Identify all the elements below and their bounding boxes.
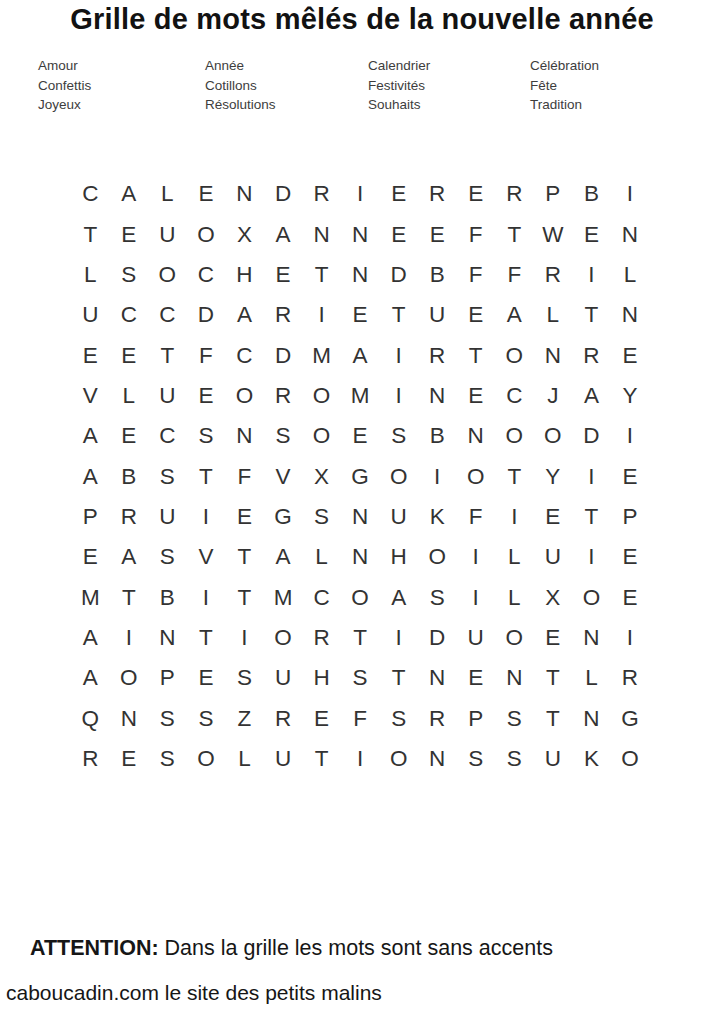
grid-cell[interactable]: I xyxy=(379,376,418,416)
grid-cell[interactable]: B xyxy=(418,416,457,456)
grid-cell[interactable]: C xyxy=(225,335,264,375)
grid-cell[interactable]: U xyxy=(379,497,418,537)
grid-cell[interactable]: O xyxy=(456,456,495,496)
grid-cell[interactable]: N xyxy=(148,618,187,658)
grid-cell[interactable]: E xyxy=(611,456,650,496)
grid-cell[interactable]: K xyxy=(572,739,611,779)
grid-cell[interactable]: M xyxy=(302,335,341,375)
grid-cell[interactable]: M xyxy=(71,577,110,617)
grid-cell[interactable]: P xyxy=(148,658,187,698)
grid-cell[interactable]: R xyxy=(534,255,573,295)
grid-cell[interactable]: N xyxy=(341,497,380,537)
grid-cell[interactable]: O xyxy=(110,658,149,698)
grid-cell[interactable]: E xyxy=(187,174,226,214)
grid-cell[interactable]: F xyxy=(495,255,534,295)
grid-cell[interactable]: U xyxy=(534,739,573,779)
grid-cell[interactable]: E xyxy=(572,214,611,254)
grid-cell[interactable]: H xyxy=(225,255,264,295)
grid-cell[interactable]: E xyxy=(71,335,110,375)
grid-cell[interactable]: F xyxy=(456,497,495,537)
grid-cell[interactable]: I xyxy=(110,618,149,658)
grid-cell[interactable]: I xyxy=(572,537,611,577)
grid-cell[interactable]: E xyxy=(534,497,573,537)
grid-cell[interactable]: B xyxy=(572,174,611,214)
grid-cell[interactable]: O xyxy=(572,577,611,617)
word-confettis: Confettis xyxy=(38,76,205,96)
grid-cell[interactable]: T xyxy=(110,577,149,617)
grid-cell[interactable]: O xyxy=(418,537,457,577)
grid-cell[interactable]: D xyxy=(418,618,457,658)
grid-cell[interactable]: R xyxy=(71,739,110,779)
grid-cell[interactable]: X xyxy=(302,456,341,496)
grid-cell[interactable]: O xyxy=(495,618,534,658)
grid-cell[interactable]: E xyxy=(456,376,495,416)
grid-cell[interactable]: C xyxy=(148,295,187,335)
word-fete: Fête xyxy=(530,76,690,96)
grid-cell[interactable]: A xyxy=(71,416,110,456)
grid-cell[interactable]: S xyxy=(495,739,534,779)
grid-cell[interactable]: B xyxy=(110,456,149,496)
grid-cell[interactable]: D xyxy=(572,416,611,456)
word-joyeux: Joyeux xyxy=(38,95,205,115)
grid-cell[interactable]: C xyxy=(495,376,534,416)
grid-cell[interactable]: M xyxy=(264,577,303,617)
grid-cell[interactable]: C xyxy=(110,295,149,335)
grid-cell[interactable]: Y xyxy=(611,376,650,416)
grid-cell[interactable]: L xyxy=(148,174,187,214)
grid-cell[interactable]: A xyxy=(495,295,534,335)
grid-cell[interactable]: T xyxy=(534,698,573,738)
grid-cell[interactable]: T xyxy=(572,295,611,335)
grid-cell[interactable]: N xyxy=(611,295,650,335)
grid-cell[interactable]: O xyxy=(302,376,341,416)
grid-cell[interactable]: F xyxy=(225,456,264,496)
grid-cell[interactable]: I xyxy=(611,174,650,214)
grid-cell[interactable]: V xyxy=(264,456,303,496)
word-list-column-2: Année Cotillons Résolutions xyxy=(205,56,368,115)
grid-cell[interactable]: A xyxy=(110,174,149,214)
grid-cell[interactable]: U xyxy=(264,739,303,779)
grid-cell[interactable]: R xyxy=(302,174,341,214)
grid-cell[interactable]: A xyxy=(379,577,418,617)
grid-cell[interactable]: R xyxy=(264,698,303,738)
grid-cell[interactable]: A xyxy=(341,335,380,375)
grid-cell[interactable]: O xyxy=(611,739,650,779)
grid-cell[interactable]: E xyxy=(379,214,418,254)
grid-cell[interactable]: T xyxy=(187,618,226,658)
grid-cell[interactable]: O xyxy=(341,577,380,617)
grid-cell[interactable]: V xyxy=(71,376,110,416)
grid-cell[interactable]: O xyxy=(148,255,187,295)
grid-cell[interactable]: R xyxy=(611,658,650,698)
grid-cell[interactable]: N xyxy=(418,376,457,416)
grid-cell[interactable]: J xyxy=(534,376,573,416)
grid-cell[interactable]: N xyxy=(341,537,380,577)
grid-cell[interactable]: E xyxy=(341,416,380,456)
grid-cell[interactable]: O xyxy=(264,618,303,658)
word-souhaits: Souhaits xyxy=(368,95,530,115)
grid-cell[interactable]: E xyxy=(302,698,341,738)
footer-site-line: caboucadin.com le site des petits malins xyxy=(6,981,382,1005)
grid-cell[interactable]: F xyxy=(456,255,495,295)
grid-cell[interactable]: C xyxy=(71,174,110,214)
grid-cell[interactable]: P xyxy=(534,174,573,214)
grid-cell[interactable]: S xyxy=(302,497,341,537)
grid-cell[interactable]: I xyxy=(379,618,418,658)
grid-cell[interactable]: E xyxy=(187,376,226,416)
word-resolutions: Résolutions xyxy=(205,95,368,115)
grid-cell[interactable]: H xyxy=(379,537,418,577)
grid-cell[interactable]: W xyxy=(534,214,573,254)
grid-cell[interactable]: E xyxy=(456,295,495,335)
grid-cell[interactable]: O xyxy=(379,456,418,496)
grid-cell[interactable]: O xyxy=(495,416,534,456)
grid-cell[interactable]: C xyxy=(187,255,226,295)
grid-cell[interactable]: I xyxy=(187,577,226,617)
word-calendrier: Calendrier xyxy=(368,56,530,76)
grid-cell[interactable]: T xyxy=(379,658,418,698)
grid-cell[interactable]: N xyxy=(341,214,380,254)
word-celebration: Célébration xyxy=(530,56,690,76)
grid-cell[interactable]: I xyxy=(611,416,650,456)
grid-cell[interactable]: T xyxy=(341,618,380,658)
grid-cell[interactable]: I xyxy=(379,335,418,375)
grid-cell[interactable]: N xyxy=(302,214,341,254)
grid-cell[interactable]: E xyxy=(418,214,457,254)
grid-cell[interactable]: R xyxy=(264,295,303,335)
word-annee: Année xyxy=(205,56,368,76)
grid-cell[interactable]: N xyxy=(110,698,149,738)
grid-cell[interactable]: I xyxy=(572,456,611,496)
grid-cell[interactable]: A xyxy=(110,537,149,577)
grid-cell[interactable]: E xyxy=(110,214,149,254)
grid-cell[interactable]: E xyxy=(456,658,495,698)
grid-cell[interactable]: U xyxy=(148,376,187,416)
grid-cell[interactable]: O xyxy=(302,416,341,456)
grid-cell[interactable]: U xyxy=(148,214,187,254)
grid-cell[interactable]: T xyxy=(495,214,534,254)
grid-cell[interactable]: E xyxy=(225,497,264,537)
grid-cell[interactable]: D xyxy=(379,255,418,295)
word-list-column-3: Calendrier Festivités Souhaits xyxy=(368,56,530,115)
grid-cell[interactable]: S xyxy=(379,416,418,456)
grid-cell[interactable]: U xyxy=(264,658,303,698)
grid-cell[interactable]: I xyxy=(572,255,611,295)
grid-cell[interactable]: E xyxy=(71,537,110,577)
grid-cell[interactable]: N xyxy=(572,698,611,738)
grid-cell[interactable]: R xyxy=(110,497,149,537)
grid-cell[interactable]: U xyxy=(71,295,110,335)
grid-cell[interactable]: G xyxy=(341,456,380,496)
grid-cell[interactable]: H xyxy=(302,658,341,698)
grid-cell[interactable]: N xyxy=(418,739,457,779)
grid-cell[interactable]: F xyxy=(187,335,226,375)
grid-cell[interactable]: O xyxy=(225,376,264,416)
grid-cell[interactable]: U xyxy=(418,295,457,335)
grid-cell[interactable]: E xyxy=(341,295,380,335)
grid-cell[interactable]: T xyxy=(302,255,341,295)
grid-cell[interactable]: E xyxy=(534,618,573,658)
grid-cell[interactable]: T xyxy=(302,739,341,779)
grid-cell[interactable]: S xyxy=(264,416,303,456)
grid-cell[interactable]: L xyxy=(225,739,264,779)
grid-cell[interactable]: L xyxy=(71,255,110,295)
grid-cell[interactable]: T xyxy=(225,537,264,577)
grid-cell[interactable]: E xyxy=(611,335,650,375)
letter-grid: CALENDRIERERPBITEUOXANNEEFTWENLSOCHETNDB… xyxy=(71,174,649,779)
grid-cell[interactable]: I xyxy=(187,497,226,537)
grid-cell[interactable]: N xyxy=(341,255,380,295)
page-title: Grille de mots mêlés de la nouvelle anné… xyxy=(0,3,724,36)
grid-cell[interactable]: R xyxy=(418,698,457,738)
word-amour: Amour xyxy=(38,56,205,76)
grid-cell[interactable]: D xyxy=(187,295,226,335)
grid-cell[interactable]: T xyxy=(225,577,264,617)
grid-cell[interactable]: B xyxy=(418,255,457,295)
grid-cell[interactable]: D xyxy=(264,174,303,214)
grid-cell[interactable]: U xyxy=(534,537,573,577)
word-list-column-1: Amour Confettis Joyeux xyxy=(38,56,205,115)
grid-cell[interactable]: A xyxy=(572,376,611,416)
grid-cell[interactable]: B xyxy=(148,577,187,617)
grid-cell[interactable]: A xyxy=(71,658,110,698)
grid-cell[interactable]: N xyxy=(456,416,495,456)
grid-cell[interactable]: F xyxy=(456,214,495,254)
grid-cell[interactable]: S xyxy=(379,698,418,738)
grid-cell[interactable]: U xyxy=(148,497,187,537)
grid-cell[interactable]: P xyxy=(456,698,495,738)
attention-label: ATTENTION: xyxy=(30,936,159,960)
grid-cell[interactable]: O xyxy=(187,214,226,254)
grid-cell[interactable]: S xyxy=(187,416,226,456)
grid-cell[interactable]: R xyxy=(302,618,341,658)
attention-text: Dans la grille les mots sont sans accent… xyxy=(159,936,553,960)
grid-cell[interactable]: T xyxy=(71,214,110,254)
grid-cell[interactable]: S xyxy=(225,658,264,698)
grid-cell[interactable]: R xyxy=(495,174,534,214)
grid-cell[interactable]: L xyxy=(495,577,534,617)
grid-cell[interactable]: E xyxy=(187,658,226,698)
grid-cell[interactable]: R xyxy=(418,174,457,214)
word-list-column-4: Célébration Fête Tradition xyxy=(530,56,690,115)
grid-cell[interactable]: U xyxy=(456,618,495,658)
grid-cell[interactable]: G xyxy=(611,698,650,738)
grid-cell[interactable]: I xyxy=(341,174,380,214)
grid-cell[interactable]: N xyxy=(225,174,264,214)
grid-cell[interactable]: S xyxy=(148,456,187,496)
grid-cell[interactable]: N xyxy=(495,658,534,698)
grid-cell[interactable]: X xyxy=(534,577,573,617)
grid-cell[interactable]: P xyxy=(71,497,110,537)
grid-cell[interactable]: I xyxy=(456,537,495,577)
grid-cell[interactable]: T xyxy=(148,335,187,375)
grid-cell[interactable]: T xyxy=(187,456,226,496)
grid-cell[interactable]: S xyxy=(110,255,149,295)
grid-cell[interactable]: T xyxy=(495,456,534,496)
grid-cell[interactable]: A xyxy=(71,618,110,658)
grid-cell[interactable]: F xyxy=(341,698,380,738)
grid-cell[interactable]: S xyxy=(187,698,226,738)
grid-cell[interactable]: L xyxy=(611,255,650,295)
grid-cell[interactable]: I xyxy=(418,456,457,496)
grid-cell[interactable]: E xyxy=(264,255,303,295)
grid-cell[interactable]: N xyxy=(225,416,264,456)
grid-cell[interactable]: A xyxy=(71,456,110,496)
word-list: Amour Confettis Joyeux Année Cotillons R… xyxy=(38,56,690,115)
grid-cell[interactable]: N xyxy=(572,618,611,658)
grid-cell[interactable]: L xyxy=(572,658,611,698)
grid-cell[interactable]: O xyxy=(187,739,226,779)
grid-cell[interactable]: X xyxy=(225,214,264,254)
grid-cell[interactable]: L xyxy=(302,537,341,577)
grid-cell[interactable]: M xyxy=(341,376,380,416)
grid-cell[interactable]: E xyxy=(456,174,495,214)
grid-cell[interactable]: A xyxy=(264,537,303,577)
grid-cell[interactable]: S xyxy=(418,577,457,617)
grid-cell[interactable]: L xyxy=(110,376,149,416)
grid-cell[interactable]: N xyxy=(611,214,650,254)
word-festivites: Festivités xyxy=(368,76,530,96)
grid-cell[interactable]: E xyxy=(611,537,650,577)
grid-cell[interactable]: T xyxy=(456,335,495,375)
grid-cell[interactable]: K xyxy=(418,497,457,537)
grid-cell[interactable]: S xyxy=(148,537,187,577)
grid-cell[interactable]: S xyxy=(148,739,187,779)
grid-cell[interactable]: Q xyxy=(71,698,110,738)
grid-cell[interactable]: R xyxy=(264,376,303,416)
grid-cell[interactable]: S xyxy=(495,698,534,738)
grid-cell[interactable]: C xyxy=(302,577,341,617)
grid-cell[interactable]: E xyxy=(110,335,149,375)
grid-cell[interactable]: I xyxy=(456,577,495,617)
grid-cell[interactable]: I xyxy=(225,618,264,658)
grid-cell[interactable]: I xyxy=(495,497,534,537)
grid-cell[interactable]: O xyxy=(379,739,418,779)
grid-cell[interactable]: V xyxy=(187,537,226,577)
attention-note: ATTENTION: Dans la grille les mots sont … xyxy=(30,936,553,961)
word-tradition: Tradition xyxy=(530,95,690,115)
grid-cell[interactable]: E xyxy=(611,577,650,617)
word-cotillons: Cotillons xyxy=(205,76,368,96)
grid-cell[interactable]: Y xyxy=(534,456,573,496)
grid-cell[interactable]: A xyxy=(264,214,303,254)
grid-cell[interactable]: S xyxy=(148,698,187,738)
grid-cell[interactable]: Z xyxy=(225,698,264,738)
grid-cell[interactable]: O xyxy=(534,416,573,456)
grid-cell[interactable]: S xyxy=(341,658,380,698)
grid-cell[interactable]: C xyxy=(148,416,187,456)
grid-cell[interactable]: I xyxy=(611,618,650,658)
grid-cell[interactable]: E xyxy=(379,174,418,214)
grid-cell[interactable]: N xyxy=(534,335,573,375)
grid-cell[interactable]: R xyxy=(418,335,457,375)
grid-cell[interactable]: T xyxy=(534,658,573,698)
grid-cell[interactable]: T xyxy=(379,295,418,335)
grid-cell[interactable]: G xyxy=(264,497,303,537)
grid-cell[interactable]: N xyxy=(418,658,457,698)
grid-cell[interactable]: S xyxy=(456,739,495,779)
grid-cell[interactable]: O xyxy=(495,335,534,375)
grid-cell[interactable]: P xyxy=(611,497,650,537)
grid-cell[interactable]: E xyxy=(110,416,149,456)
grid-cell[interactable]: R xyxy=(572,335,611,375)
grid-cell[interactable]: I xyxy=(341,739,380,779)
grid-cell[interactable]: L xyxy=(495,537,534,577)
grid-cell[interactable]: A xyxy=(225,295,264,335)
grid-cell[interactable]: T xyxy=(572,497,611,537)
grid-cell[interactable]: E xyxy=(110,739,149,779)
grid-cell[interactable]: D xyxy=(264,335,303,375)
grid-cell[interactable]: I xyxy=(302,295,341,335)
grid-cell[interactable]: L xyxy=(534,295,573,335)
